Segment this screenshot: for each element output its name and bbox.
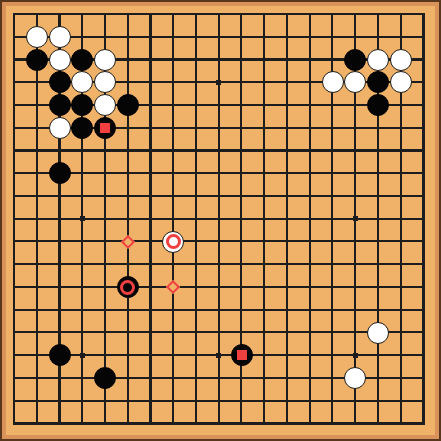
- black-stone[interactable]: [49, 71, 71, 93]
- white-stone[interactable]: [94, 49, 116, 71]
- black-stone[interactable]: [71, 94, 93, 116]
- star-point: [80, 216, 85, 221]
- intersection[interactable]: [367, 71, 390, 94]
- go-board[interactable]: [6, 6, 435, 435]
- intersection[interactable]: [321, 71, 344, 94]
- marked-empty-point: [116, 230, 139, 253]
- marked-empty-point: [162, 276, 185, 299]
- white-stone[interactable]: [49, 49, 71, 71]
- circle-mark: [120, 280, 135, 295]
- intersection[interactable]: [94, 71, 117, 94]
- star-point: [216, 353, 221, 358]
- intersection[interactable]: [367, 94, 390, 117]
- intersection[interactable]: [367, 48, 390, 71]
- intersection[interactable]: [71, 48, 94, 71]
- black-stone[interactable]: [367, 94, 389, 116]
- intersection[interactable]: [344, 48, 367, 71]
- intersection[interactable]: [71, 94, 94, 117]
- star-point-cell: [71, 344, 94, 367]
- white-stone[interactable]: [367, 49, 389, 71]
- black-stone[interactable]: [49, 344, 71, 366]
- black-stone[interactable]: [94, 367, 116, 389]
- intersection[interactable]: [48, 71, 71, 94]
- intersection[interactable]: [94, 367, 117, 390]
- intersection[interactable]: [71, 71, 94, 94]
- black-stone[interactable]: [49, 94, 71, 116]
- white-stone[interactable]: [344, 367, 366, 389]
- star-point: [216, 80, 221, 85]
- diamond-mark: [166, 280, 180, 294]
- square-mark: [237, 350, 247, 360]
- intersection[interactable]: [48, 48, 71, 71]
- intersection[interactable]: [48, 94, 71, 117]
- white-stone[interactable]: [390, 71, 412, 93]
- star-point-cell: [344, 207, 367, 230]
- mark-overlay: [162, 230, 185, 253]
- intersection[interactable]: [48, 344, 71, 367]
- intersection[interactable]: [344, 367, 367, 390]
- mark-overlay: [94, 116, 117, 139]
- white-stone[interactable]: [322, 71, 344, 93]
- black-stone[interactable]: [367, 71, 389, 93]
- star-point: [353, 353, 358, 358]
- white-stone[interactable]: [26, 26, 48, 48]
- black-stone[interactable]: [49, 162, 71, 184]
- mark-overlay: [116, 276, 139, 299]
- black-stone[interactable]: [344, 49, 366, 71]
- white-stone[interactable]: [49, 117, 71, 139]
- white-stone[interactable]: [390, 49, 412, 71]
- black-stone[interactable]: [26, 49, 48, 71]
- intersection[interactable]: [48, 116, 71, 139]
- star-point-cell: [207, 71, 230, 94]
- white-stone[interactable]: [94, 94, 116, 116]
- intersection[interactable]: [389, 48, 412, 71]
- stones-layer: [3, 3, 435, 435]
- white-stone[interactable]: [49, 26, 71, 48]
- star-point-cell: [344, 344, 367, 367]
- intersection[interactable]: [116, 94, 139, 117]
- black-stone[interactable]: [71, 49, 93, 71]
- intersection[interactable]: [71, 116, 94, 139]
- black-stone[interactable]: [117, 94, 139, 116]
- star-point-cell: [71, 207, 94, 230]
- circle-mark: [166, 234, 181, 249]
- intersection[interactable]: [344, 71, 367, 94]
- intersection[interactable]: [48, 162, 71, 185]
- white-stone[interactable]: [94, 71, 116, 93]
- intersection[interactable]: [25, 48, 48, 71]
- intersection[interactable]: [25, 25, 48, 48]
- intersection[interactable]: [94, 94, 117, 117]
- star-point: [80, 353, 85, 358]
- white-stone[interactable]: [71, 71, 93, 93]
- white-stone[interactable]: [367, 322, 389, 344]
- go-board-frame: [0, 0, 441, 441]
- intersection[interactable]: [367, 321, 390, 344]
- mark-overlay: [230, 344, 253, 367]
- white-stone[interactable]: [344, 71, 366, 93]
- intersection[interactable]: [94, 48, 117, 71]
- square-mark: [100, 123, 110, 133]
- diamond-mark: [121, 234, 135, 248]
- star-point-cell: [207, 344, 230, 367]
- star-point: [353, 216, 358, 221]
- intersection[interactable]: [48, 25, 71, 48]
- intersection[interactable]: [389, 71, 412, 94]
- black-stone[interactable]: [71, 117, 93, 139]
